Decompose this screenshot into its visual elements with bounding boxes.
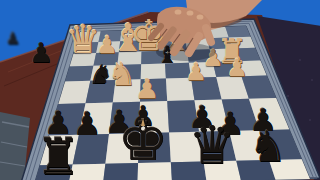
piece-white-pawn-b4[interactable]: ♟	[226, 56, 248, 80]
piece-white-knight-f4[interactable]: ♞	[108, 58, 137, 90]
piece-white-pawn-e5[interactable]: ♟	[135, 75, 159, 102]
piece-black-rook-h8[interactable]: ♜	[36, 132, 81, 180]
piece-black-king-e7[interactable]: ♚	[118, 113, 168, 169]
piece-white-pawn-g2[interactable]: ♟	[96, 33, 118, 57]
piece-black-bishop-d3[interactable]: ♝	[157, 44, 178, 67]
piece-black-queen-c7[interactable]: ♛	[189, 119, 236, 171]
piece-white-queen-h2[interactable]: ♛	[66, 20, 101, 59]
piece-black-knight-a7[interactable]: ♞	[249, 126, 287, 168]
screenshot-root: ♛♟♝♚♝♜♟♟♟♞♟♝♞♟♟♟♟♟♟♟♚♛♞♜♟♟ Over-the-boar…	[0, 0, 320, 180]
captured-black-pawn[interactable]: ♟	[6, 31, 20, 47]
piece-white-pawn-d4[interactable]: ♟	[185, 60, 207, 84]
captured-black-pawn[interactable]: ♟	[29, 39, 53, 66]
